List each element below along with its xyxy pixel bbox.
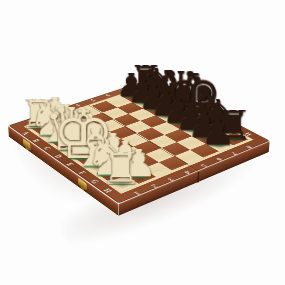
piece-black-pawn-h7[interactable]: ♟ (201, 119, 235, 146)
fold-seam-edge (198, 171, 200, 183)
piece-white-rook-h1[interactable]: ♜ (100, 152, 142, 186)
photo-canvas: AABBCCDDEEFFGGHH1122334455667788 ♜♞♝♛♚♝♞… (0, 0, 285, 285)
